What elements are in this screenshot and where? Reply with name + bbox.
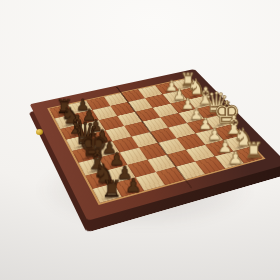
piece-shadow xyxy=(101,193,119,201)
piece-shadow xyxy=(123,188,140,196)
piece-shadow xyxy=(225,160,241,167)
piece-shadow xyxy=(223,133,238,139)
piece-shadow xyxy=(244,155,260,162)
piece-shadow xyxy=(75,108,89,114)
product-photo-chess-set: ♜♟♟♜♞♟♟♞♝♟♟♝♛♟♟♛♚♟♟♚♝♟♟♝♞♟♟♞♜♟♟♜ xyxy=(0,0,280,280)
clasp-latch xyxy=(36,129,43,135)
